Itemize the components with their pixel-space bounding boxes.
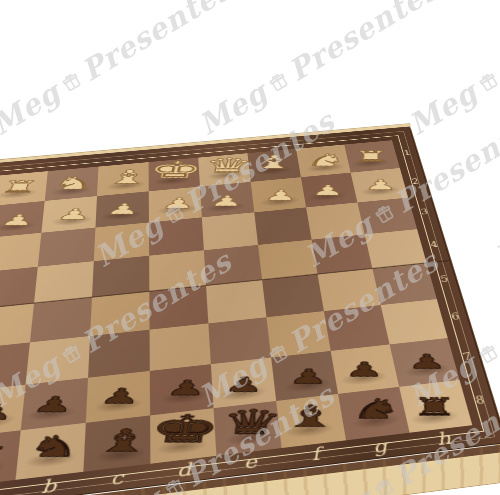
square-c6[interactable] <box>88 330 150 378</box>
knight-glyph: ♞ <box>305 152 346 169</box>
square-g3[interactable] <box>306 202 365 239</box>
square-e5[interactable] <box>206 280 266 324</box>
rook-glyph: ♜ <box>0 179 41 195</box>
square-f4[interactable] <box>258 240 317 280</box>
square-d4[interactable] <box>149 250 206 291</box>
pawn-glyph: ♟ <box>209 194 245 209</box>
king-glyph: ♚ <box>145 158 205 181</box>
square-b6[interactable] <box>26 336 91 385</box>
pawn-glyph: ♟ <box>55 207 94 222</box>
square-g6[interactable] <box>324 305 390 351</box>
square-f7[interactable] <box>271 351 338 401</box>
square-e7[interactable] <box>211 358 276 409</box>
square-f8[interactable] <box>276 394 346 448</box>
square-g4[interactable] <box>312 234 373 274</box>
square-h7[interactable] <box>390 338 460 387</box>
square-g7[interactable] <box>331 344 399 393</box>
square-b5[interactable] <box>30 297 92 342</box>
pawn-glyph: ♟ <box>0 212 38 227</box>
square-h6[interactable] <box>381 299 448 344</box>
square-h8[interactable] <box>399 380 472 433</box>
square-f6[interactable] <box>266 311 330 357</box>
chess-board: abcdefgh 12345678 ♜♞♝♚♛♝♞♜♟♟♟♟♟♟♟♟♟♟♟♟♟♟… <box>0 126 500 495</box>
chess-set-scene: abcdefgh 12345678 ♜♞♝♚♛♝♞♜♟♟♟♟♟♟♟♟♟♟♟♟♟♟… <box>0 0 500 495</box>
bishop-glyph: ♝ <box>251 153 296 171</box>
knight-glyph: ♞ <box>50 174 97 192</box>
square-f5[interactable] <box>262 274 324 317</box>
bishop-glyph: ♝ <box>103 168 152 187</box>
rook-glyph: ♜ <box>353 149 389 164</box>
square-h3[interactable] <box>357 198 417 235</box>
square-d6[interactable] <box>150 323 211 370</box>
square-e6[interactable] <box>208 317 271 364</box>
square-d8[interactable] <box>150 408 216 464</box>
square-c8[interactable] <box>83 415 150 471</box>
square-c3[interactable] <box>94 222 149 261</box>
square-d7[interactable] <box>150 364 214 415</box>
queen-glyph: ♛ <box>202 155 254 176</box>
square-b8[interactable] <box>16 423 86 480</box>
square-e8[interactable] <box>214 401 282 456</box>
square-h4[interactable] <box>365 229 427 268</box>
pawn-glyph: ♟ <box>104 202 142 217</box>
square-c5[interactable] <box>90 291 149 336</box>
product-photo: abcdefgh 12345678 ♜♞♝♚♛♝♞♜♟♟♟♟♟♟♟♟♟♟♟♟♟♟… <box>0 0 500 495</box>
square-g5[interactable] <box>318 268 381 311</box>
square-f3[interactable] <box>254 207 311 245</box>
square-h5[interactable] <box>372 263 436 305</box>
pawn-glyph: ♟ <box>364 178 397 192</box>
square-d3[interactable] <box>149 217 204 255</box>
square-c7[interactable] <box>86 371 150 423</box>
square-d5[interactable] <box>149 286 208 330</box>
square-b7[interactable] <box>21 378 88 431</box>
square-e3[interactable] <box>202 212 258 250</box>
pawn-glyph: ♟ <box>311 183 345 197</box>
pawn-glyph: ♟ <box>160 196 197 211</box>
pawn-glyph: ♟ <box>263 188 298 202</box>
square-g8[interactable] <box>338 387 410 440</box>
